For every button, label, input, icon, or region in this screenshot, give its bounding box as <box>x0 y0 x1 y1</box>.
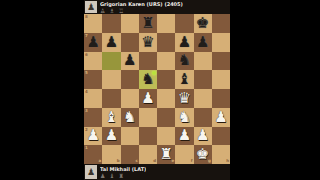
top-player-avatar: ♟ <box>85 1 97 13</box>
square-h1[interactable]: h <box>212 145 230 164</box>
square-c5[interactable] <box>121 70 139 89</box>
square-g2[interactable]: ♟ <box>194 127 212 146</box>
square-a7[interactable]: 7♟ <box>84 33 102 52</box>
square-e1[interactable]: e♜ <box>157 145 175 164</box>
black-pawn-b7: ♟ <box>105 35 118 50</box>
square-c6[interactable]: ♟ <box>121 52 139 71</box>
square-d6[interactable] <box>139 52 157 71</box>
square-c1[interactable]: c <box>121 145 139 164</box>
file-label-g: g <box>208 159 211 163</box>
square-a3[interactable]: 3 <box>84 108 102 127</box>
square-a5[interactable]: 5 <box>84 70 102 89</box>
square-b3[interactable]: ♝ <box>102 108 120 127</box>
black-pawn-a7: ♟ <box>86 35 99 50</box>
square-e6[interactable] <box>157 52 175 71</box>
square-d4[interactable]: ♟ <box>139 89 157 108</box>
square-a1[interactable]: 1a <box>84 145 102 164</box>
square-d5[interactable]: ♞ <box>139 70 157 89</box>
black-pawn-c6: ♟ <box>123 53 136 68</box>
chess-board: 8♜♚7♟♟♛♟♟6♟♞5♞♝4♟♛3♝♞♞♟2♟♟♟♟1abcde♜fg♚h <box>84 14 230 164</box>
black-rook-d8: ♜ <box>141 16 154 31</box>
square-a8[interactable]: 8 <box>84 14 102 33</box>
last-move-highlight <box>102 52 120 71</box>
square-h3[interactable]: ♟ <box>212 108 230 127</box>
square-g4[interactable] <box>194 89 212 108</box>
rank-label-5: 5 <box>85 71 88 75</box>
square-c7[interactable] <box>121 33 139 52</box>
top-player-bar: ♟ Grigorian Karen (URS) (2405) ♙ ♗ ♖ <box>84 0 230 14</box>
white-pawn-a2: ♟ <box>86 128 99 143</box>
square-f3[interactable]: ♞ <box>175 108 193 127</box>
rank-label-8: 8 <box>85 15 88 19</box>
square-h4[interactable] <box>212 89 230 108</box>
square-f2[interactable]: ♟ <box>175 127 193 146</box>
bottom-player-avatar: ♟ <box>85 165 97 179</box>
avatar-pawn-icon: ♟ <box>87 3 95 12</box>
file-label-a: a <box>99 159 102 163</box>
black-knight-f6: ♞ <box>178 53 191 68</box>
white-pawn-g2: ♟ <box>196 128 209 143</box>
square-g1[interactable]: g♚ <box>194 145 212 164</box>
square-c3[interactable]: ♞ <box>121 108 139 127</box>
white-pawn-b2: ♟ <box>105 128 118 143</box>
square-f4[interactable]: ♛ <box>175 89 193 108</box>
square-b2[interactable]: ♟ <box>102 127 120 146</box>
black-pawn-f7: ♟ <box>178 35 191 50</box>
file-label-d: d <box>153 159 156 163</box>
black-bishop-f5: ♝ <box>178 72 191 87</box>
black-queen-d7: ♛ <box>141 35 154 50</box>
rank-label-4: 4 <box>85 90 88 94</box>
square-b1[interactable]: b <box>102 145 120 164</box>
top-captured-pieces: ♙ ♗ ♖ <box>100 7 183 14</box>
black-king-g8: ♚ <box>196 16 209 31</box>
square-a2[interactable]: 2♟ <box>84 127 102 146</box>
square-f1[interactable]: f <box>175 145 193 164</box>
square-e5[interactable] <box>157 70 175 89</box>
file-label-f: f <box>191 159 193 163</box>
square-f6[interactable]: ♞ <box>175 52 193 71</box>
black-pawn-g7: ♟ <box>196 35 209 50</box>
white-pawn-d4: ♟ <box>141 91 154 106</box>
square-c8[interactable] <box>121 14 139 33</box>
rank-label-3: 3 <box>85 109 88 113</box>
bottom-player-info: Tal Mikhail (LAT) ♟ ♝ ♜ <box>98 164 146 180</box>
square-b8[interactable] <box>102 14 120 33</box>
top-player-info: Grigorian Karen (URS) (2405) ♙ ♗ ♖ <box>98 0 183 14</box>
square-b7[interactable]: ♟ <box>102 33 120 52</box>
white-pawn-f2: ♟ <box>178 128 191 143</box>
white-bishop-b3: ♝ <box>105 110 118 125</box>
white-knight-f3: ♞ <box>178 110 191 125</box>
square-h8[interactable] <box>212 14 230 33</box>
square-h7[interactable] <box>212 33 230 52</box>
square-h5[interactable] <box>212 70 230 89</box>
square-g7[interactable]: ♟ <box>194 33 212 52</box>
rank-label-1: 1 <box>85 146 88 150</box>
square-g6[interactable] <box>194 52 212 71</box>
rank-label-2: 2 <box>85 128 88 132</box>
square-f5[interactable]: ♝ <box>175 70 193 89</box>
square-e8[interactable] <box>157 14 175 33</box>
square-h2[interactable] <box>212 127 230 146</box>
file-label-h: h <box>226 159 229 163</box>
rank-label-7: 7 <box>85 34 88 38</box>
white-pawn-h3: ♟ <box>214 110 227 125</box>
square-a6[interactable]: 6 <box>84 52 102 71</box>
square-c2[interactable] <box>121 127 139 146</box>
square-e7[interactable] <box>157 33 175 52</box>
square-d3[interactable] <box>139 108 157 127</box>
file-label-c: c <box>135 159 137 163</box>
square-e4[interactable] <box>157 89 175 108</box>
white-queen-f4: ♛ <box>178 91 191 106</box>
square-d7[interactable]: ♛ <box>139 33 157 52</box>
white-knight-c3: ♞ <box>123 110 136 125</box>
file-label-e: e <box>172 159 175 163</box>
square-d8[interactable]: ♜ <box>139 14 157 33</box>
rank-label-6: 6 <box>85 53 88 57</box>
square-b4[interactable] <box>102 89 120 108</box>
file-label-b: b <box>117 159 120 163</box>
video-frame: ♟ Grigorian Karen (URS) (2405) ♙ ♗ ♖ 8♜♚… <box>0 0 320 180</box>
square-a4[interactable]: 4 <box>84 89 102 108</box>
square-e3[interactable] <box>157 108 175 127</box>
chess-app: ♟ Grigorian Karen (URS) (2405) ♙ ♗ ♖ 8♜♚… <box>84 0 230 180</box>
square-b5[interactable] <box>102 70 120 89</box>
bottom-player-bar: ♟ Tal Mikhail (LAT) ♟ ♝ ♜ <box>84 164 230 180</box>
square-d2[interactable] <box>139 127 157 146</box>
square-h6[interactable] <box>212 52 230 71</box>
avatar-pawn-icon: ♟ <box>87 168 95 177</box>
square-g8[interactable]: ♚ <box>194 14 212 33</box>
square-g3[interactable] <box>194 108 212 127</box>
square-b6[interactable] <box>102 52 120 71</box>
square-f7[interactable]: ♟ <box>175 33 193 52</box>
square-g5[interactable] <box>194 70 212 89</box>
square-e2[interactable] <box>157 127 175 146</box>
square-c4[interactable] <box>121 89 139 108</box>
bottom-captured-pieces: ♟ ♝ ♜ <box>100 172 146 179</box>
square-d1[interactable]: d <box>139 145 157 164</box>
square-f8[interactable] <box>175 14 193 33</box>
